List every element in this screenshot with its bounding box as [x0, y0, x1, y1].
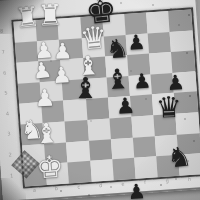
- square-d2: [88, 139, 112, 161]
- square-c2: [66, 140, 90, 162]
- piece-black-bishop-e5: ♝: [104, 65, 131, 94]
- square-g8: [146, 11, 170, 33]
- rank-label-4: 4: [6, 110, 10, 116]
- square-g7: [148, 32, 172, 54]
- piece-white-rook-b8: ♜: [37, 1, 64, 31]
- piece-black-queen-g4: ♛: [156, 93, 183, 123]
- rank-label-7: 7: [1, 48, 5, 54]
- piece-black-bishop-d5: ♝: [72, 74, 98, 103]
- rank-label-2: 2: [9, 151, 13, 157]
- square-e3: [109, 117, 133, 139]
- piece-white-bishop-b3: ♝: [33, 119, 60, 148]
- pieces-layer: ♜♜♚♟♟♛♞♟♟♟♝♟♝♝♟♟♟♛♞♝♚♞♟: [0, 0, 194, 2]
- rank-label-1: 1: [10, 172, 14, 178]
- square-f2: [133, 136, 157, 158]
- square-e2: [111, 137, 135, 159]
- file-label-g: g: [165, 177, 169, 183]
- square-h8: [168, 9, 192, 31]
- square-e1: [112, 158, 136, 180]
- square-d3: [87, 118, 111, 140]
- board-paper-margin: CHESS abcdefgh87654321 ♜♜♚♟♟♛♞♟♟♟♝♟♝♝♟♟♟…: [0, 0, 200, 200]
- square-f3: [131, 115, 155, 137]
- file-label-a: a: [33, 187, 36, 193]
- rank-label-8: 8: [0, 28, 3, 34]
- file-label-c: c: [77, 184, 80, 190]
- piece-white-pawn-b6: ♟: [31, 59, 53, 83]
- piece-black-pawn-bottom-margin: ♟: [127, 181, 147, 200]
- piece-black-pawn-f5: ♟: [132, 71, 152, 93]
- piece-white-pawn-c7: ♟: [52, 40, 72, 62]
- file-label-e: e: [121, 181, 124, 187]
- square-c3: [65, 120, 89, 142]
- file-label-d: d: [99, 182, 103, 188]
- board-edge-brand-text: CHESS: [0, 59, 1, 84]
- piece-black-pawn-f7: ♟: [127, 32, 147, 54]
- rank-label-6: 6: [3, 69, 7, 75]
- piece-white-pawn-b5: ♟: [34, 85, 56, 109]
- square-h7: [170, 30, 194, 52]
- file-label-h: h: [188, 176, 192, 182]
- piece-white-king-b1: ♚: [35, 152, 64, 184]
- rank-label-3: 3: [7, 131, 11, 137]
- rank-label-5: 5: [4, 90, 8, 96]
- square-d1: [90, 159, 114, 181]
- piece-black-knight-h1: ♞: [165, 142, 193, 172]
- square-f1: [134, 156, 158, 178]
- file-label-b: b: [55, 185, 59, 191]
- chessboard-photo: CHESS abcdefgh87654321 ♜♜♚♟♟♛♞♟♟♟♝♟♝♝♟♟♟…: [0, 0, 200, 200]
- board-tilt-group: CHESS abcdefgh87654321 ♜♜♚♟♟♛♞♟♟♟♝♟♝♝♟♟♟…: [0, 0, 200, 200]
- piece-black-pawn-e4: ♟: [115, 94, 136, 117]
- square-c1: [68, 161, 92, 183]
